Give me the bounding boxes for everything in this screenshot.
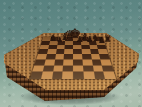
chess-set-photo: ♞♟♝♛♚♟♝♟♞♟♜ [0,0,142,107]
square-h1 [104,72,117,79]
square-c1 [51,72,62,79]
chessboard-grid [30,37,116,79]
square-d1 [62,72,73,79]
square-e1 [73,72,84,79]
